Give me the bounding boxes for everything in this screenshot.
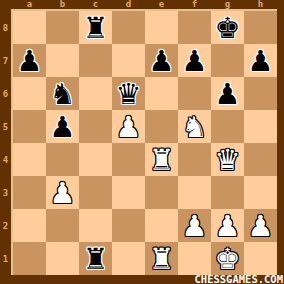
black-king: ♚ [211, 11, 244, 44]
white-pawn: ♟ [46, 176, 79, 209]
file-labels: abcdefgh [13, 0, 277, 9]
square-d6: ♛ [112, 77, 145, 110]
rank-label-3: 3 [0, 176, 11, 209]
black-pawn: ♟ [13, 44, 46, 77]
square-f2: ♟ [178, 209, 211, 242]
square-d1 [112, 242, 145, 275]
square-e1: ♜ [145, 242, 178, 275]
square-c2 [79, 209, 112, 242]
black-queen: ♛ [112, 77, 145, 110]
black-pawn: ♟ [46, 110, 79, 143]
square-b6: ♞ [46, 77, 79, 110]
square-h3 [244, 176, 277, 209]
black-rook: ♜ [79, 242, 112, 275]
file-label-a: a [13, 0, 46, 9]
square-d5: ♟ [112, 110, 145, 143]
square-f7: ♟ [178, 44, 211, 77]
black-pawn: ♟ [178, 44, 211, 77]
white-queen: ♛ [211, 143, 244, 176]
black-pawn: ♟ [211, 77, 244, 110]
black-knight: ♞ [46, 77, 79, 110]
square-g6: ♟ [211, 77, 244, 110]
square-d8 [112, 11, 145, 44]
square-a7: ♟ [13, 44, 46, 77]
square-a3 [13, 176, 46, 209]
square-b4 [46, 143, 79, 176]
square-d3 [112, 176, 145, 209]
white-knight: ♞ [178, 110, 211, 143]
square-d7 [112, 44, 145, 77]
square-g8: ♚ [211, 11, 244, 44]
square-h5 [244, 110, 277, 143]
rank-label-4: 4 [0, 143, 11, 176]
white-pawn: ♟ [178, 209, 211, 242]
square-e7: ♟ [145, 44, 178, 77]
rank-label-1: 1 [0, 242, 11, 275]
square-h2: ♟ [244, 209, 277, 242]
black-rook: ♜ [79, 11, 112, 44]
file-label-g: g [211, 0, 244, 9]
white-pawn: ♟ [244, 209, 277, 242]
square-c1: ♜ [79, 242, 112, 275]
square-f6 [178, 77, 211, 110]
square-g3 [211, 176, 244, 209]
square-a2 [13, 209, 46, 242]
square-h1 [244, 242, 277, 275]
chess-diagram: abcdefgh 87654321 ♜♚♟♟♟♟♞♛♟♟♟♞♜♛♟♟♟♟♜♜♚ … [0, 0, 284, 284]
square-c5 [79, 110, 112, 143]
square-a1 [13, 242, 46, 275]
square-a8 [13, 11, 46, 44]
rank-label-6: 6 [0, 77, 11, 110]
file-label-e: e [145, 0, 178, 9]
square-a6 [13, 77, 46, 110]
file-label-b: b [46, 0, 79, 9]
square-c4 [79, 143, 112, 176]
rank-labels: 87654321 [0, 11, 11, 275]
square-e8 [145, 11, 178, 44]
square-b1 [46, 242, 79, 275]
square-h6 [244, 77, 277, 110]
chess-board: ♜♚♟♟♟♟♞♛♟♟♟♞♜♛♟♟♟♟♜♜♚ [11, 9, 277, 275]
rank-label-7: 7 [0, 44, 11, 77]
square-e2 [145, 209, 178, 242]
square-g2: ♟ [211, 209, 244, 242]
square-f1 [178, 242, 211, 275]
rank-label-5: 5 [0, 110, 11, 143]
square-h8 [244, 11, 277, 44]
square-c8: ♜ [79, 11, 112, 44]
square-b5: ♟ [46, 110, 79, 143]
square-c7 [79, 44, 112, 77]
rank-label-8: 8 [0, 11, 11, 44]
square-g4: ♛ [211, 143, 244, 176]
square-e4: ♜ [145, 143, 178, 176]
square-h7: ♟ [244, 44, 277, 77]
white-king: ♚ [211, 242, 244, 275]
square-f8 [178, 11, 211, 44]
square-d4 [112, 143, 145, 176]
square-e3 [145, 176, 178, 209]
square-d2 [112, 209, 145, 242]
file-label-h: h [244, 0, 277, 9]
white-pawn: ♟ [112, 110, 145, 143]
square-f3 [178, 176, 211, 209]
square-e5 [145, 110, 178, 143]
file-label-d: d [112, 0, 145, 9]
square-h4 [244, 143, 277, 176]
square-b2 [46, 209, 79, 242]
white-rook: ♜ [145, 143, 178, 176]
square-g5 [211, 110, 244, 143]
square-f4 [178, 143, 211, 176]
black-pawn: ♟ [244, 44, 277, 77]
square-a5 [13, 110, 46, 143]
square-g7 [211, 44, 244, 77]
square-f5: ♞ [178, 110, 211, 143]
square-b7 [46, 44, 79, 77]
white-rook: ♜ [145, 242, 178, 275]
square-c3 [79, 176, 112, 209]
black-pawn: ♟ [145, 44, 178, 77]
square-c6 [79, 77, 112, 110]
rank-label-2: 2 [0, 209, 11, 242]
square-a4 [13, 143, 46, 176]
square-e6 [145, 77, 178, 110]
square-b3: ♟ [46, 176, 79, 209]
file-label-f: f [178, 0, 211, 9]
file-label-c: c [79, 0, 112, 9]
watermark: CHESSGAMES.COM [194, 275, 283, 284]
white-pawn: ♟ [211, 209, 244, 242]
square-b8 [46, 11, 79, 44]
square-g1: ♚ [211, 242, 244, 275]
